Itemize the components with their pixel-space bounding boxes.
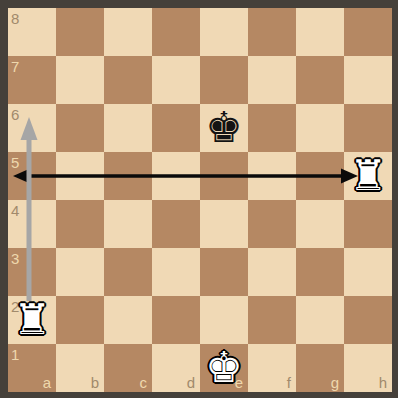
file-label-e: e <box>235 375 243 390</box>
file-label-f: f <box>287 375 291 390</box>
square-a8[interactable]: 8 <box>8 8 56 56</box>
file-label-g: g <box>331 375 339 390</box>
square-c4[interactable] <box>104 200 152 248</box>
rank-label-8: 8 <box>11 11 19 26</box>
square-d5[interactable] <box>152 152 200 200</box>
square-a5[interactable]: 5 <box>8 152 56 200</box>
square-a4[interactable]: 4 <box>8 200 56 248</box>
square-a6[interactable]: 6 <box>8 104 56 152</box>
square-h3[interactable] <box>344 248 392 296</box>
square-g2[interactable] <box>296 296 344 344</box>
square-a2[interactable]: 2 <box>8 296 56 344</box>
square-d4[interactable] <box>152 200 200 248</box>
square-e3[interactable] <box>200 248 248 296</box>
square-c1[interactable]: c <box>104 344 152 392</box>
square-e4[interactable] <box>200 200 248 248</box>
square-e6[interactable] <box>200 104 248 152</box>
square-e5[interactable] <box>200 152 248 200</box>
square-c2[interactable] <box>104 296 152 344</box>
square-g3[interactable] <box>296 248 344 296</box>
square-a7[interactable]: 7 <box>8 56 56 104</box>
square-c8[interactable] <box>104 8 152 56</box>
square-g1[interactable]: g <box>296 344 344 392</box>
square-b2[interactable] <box>56 296 104 344</box>
square-d8[interactable] <box>152 8 200 56</box>
square-b6[interactable] <box>56 104 104 152</box>
file-label-a: a <box>43 375 51 390</box>
file-label-c: c <box>140 375 148 390</box>
square-c3[interactable] <box>104 248 152 296</box>
square-h7[interactable] <box>344 56 392 104</box>
square-f2[interactable] <box>248 296 296 344</box>
square-g6[interactable] <box>296 104 344 152</box>
square-d7[interactable] <box>152 56 200 104</box>
rank-label-6: 6 <box>11 107 19 122</box>
square-e7[interactable] <box>200 56 248 104</box>
chess-board[interactable]: 87654321abcdefgh <box>8 8 392 392</box>
square-f8[interactable] <box>248 8 296 56</box>
square-h6[interactable] <box>344 104 392 152</box>
square-f4[interactable] <box>248 200 296 248</box>
square-c5[interactable] <box>104 152 152 200</box>
square-b4[interactable] <box>56 200 104 248</box>
square-c7[interactable] <box>104 56 152 104</box>
square-b5[interactable] <box>56 152 104 200</box>
rank-label-7: 7 <box>11 59 19 74</box>
square-d1[interactable]: d <box>152 344 200 392</box>
rank-label-5: 5 <box>11 155 19 170</box>
rank-label-1: 1 <box>11 347 19 362</box>
square-e1[interactable]: e <box>200 344 248 392</box>
square-h1[interactable]: h <box>344 344 392 392</box>
square-a3[interactable]: 3 <box>8 248 56 296</box>
square-b7[interactable] <box>56 56 104 104</box>
square-b1[interactable]: b <box>56 344 104 392</box>
square-a1[interactable]: 1a <box>8 344 56 392</box>
square-f5[interactable] <box>248 152 296 200</box>
square-h8[interactable] <box>344 8 392 56</box>
square-g4[interactable] <box>296 200 344 248</box>
square-d3[interactable] <box>152 248 200 296</box>
square-b3[interactable] <box>56 248 104 296</box>
file-label-h: h <box>379 375 387 390</box>
square-g5[interactable] <box>296 152 344 200</box>
square-d6[interactable] <box>152 104 200 152</box>
square-d2[interactable] <box>152 296 200 344</box>
file-label-d: d <box>187 375 195 390</box>
rank-label-3: 3 <box>11 251 19 266</box>
square-f6[interactable] <box>248 104 296 152</box>
square-c6[interactable] <box>104 104 152 152</box>
square-f1[interactable]: f <box>248 344 296 392</box>
square-g8[interactable] <box>296 8 344 56</box>
square-h5[interactable] <box>344 152 392 200</box>
square-h2[interactable] <box>344 296 392 344</box>
square-g7[interactable] <box>296 56 344 104</box>
chess-board-frame: 87654321abcdefgh ♚♜♜♚ <box>0 0 398 398</box>
file-label-b: b <box>91 375 99 390</box>
square-e2[interactable] <box>200 296 248 344</box>
rank-label-2: 2 <box>11 299 19 314</box>
rank-label-4: 4 <box>11 203 19 218</box>
square-e8[interactable] <box>200 8 248 56</box>
square-b8[interactable] <box>56 8 104 56</box>
square-h4[interactable] <box>344 200 392 248</box>
square-f7[interactable] <box>248 56 296 104</box>
square-f3[interactable] <box>248 248 296 296</box>
